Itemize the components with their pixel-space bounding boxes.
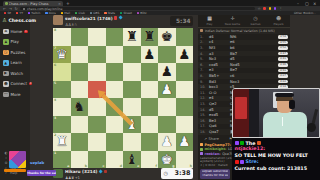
move-black[interactable]: c6 <box>230 74 251 78</box>
sidebar-item-puzzles[interactable]: ◳Puzzles <box>0 47 30 58</box>
sidebar-item-play[interactable]: ♟Play <box>0 37 30 48</box>
square-b3[interactable] <box>71 116 89 134</box>
url-input[interactable]: chess.com/play/online <box>20 7 255 11</box>
panel-tabs: ▦Play✛New Game◷Games☻Players <box>198 15 290 28</box>
square-f5[interactable] <box>141 81 159 99</box>
square-e5[interactable] <box>123 81 141 99</box>
tab-close-icon[interactable]: × <box>58 2 61 6</box>
square-f3[interactable] <box>141 116 159 134</box>
move-white[interactable]: bxc3 <box>209 85 230 89</box>
rank-label: 4 <box>54 98 56 102</box>
move-white[interactable]: c4 <box>209 40 230 44</box>
move-white[interactable]: Bd3 <box>209 80 230 84</box>
piece-white-pawn[interactable]: ♟ <box>158 81 176 99</box>
square-a7[interactable]: 7♛ <box>53 46 71 64</box>
square-g5[interactable]: ♟ <box>158 81 176 99</box>
square-f2[interactable] <box>141 133 159 151</box>
puzzles-icon: ◳ <box>3 50 9 56</box>
square-c3[interactable] <box>88 116 106 134</box>
twitch-badge-icon <box>235 160 239 164</box>
rank-label: 1 <box>54 151 56 155</box>
square-d1[interactable]: d <box>106 151 124 169</box>
bookmark-favicon <box>16 12 18 14</box>
square-d8[interactable] <box>106 28 124 46</box>
players-tab-icon: ☻ <box>276 16 281 21</box>
light-ui-icon: ◐ <box>4 151 8 155</box>
share-icon: ↗ <box>204 137 207 141</box>
square-h1[interactable]: h <box>176 151 194 169</box>
move-white[interactable]: cxd5 <box>209 63 230 67</box>
stream-chat-message: nsjackie12:SO TELL ME HOW YOU FELT <box>235 146 318 159</box>
top-player-clock: 5:34 <box>170 16 193 26</box>
square-e3[interactable]: ♝ <box>123 116 141 134</box>
move-black[interactable]: Bb7 <box>230 52 251 56</box>
webcam-shelf <box>249 89 259 138</box>
move-white[interactable]: Nf3 <box>209 46 230 50</box>
headphones-band <box>275 93 294 97</box>
square-h4[interactable] <box>176 98 194 116</box>
piece-black-pawn[interactable]: ♟ <box>158 63 176 81</box>
sidebar-item-label: Home <box>11 29 23 34</box>
move-white[interactable]: Nc3 <box>209 57 230 61</box>
bottom-player-clock: ◷ 3:38 <box>161 168 193 178</box>
square-a5[interactable]: 5 <box>53 81 71 99</box>
bookmark-favicon <box>28 12 30 14</box>
stream-chat-message: Stre:Current sub count: 213815 <box>235 159 318 172</box>
move-time: 4:41 <box>278 57 288 61</box>
square-e2[interactable] <box>123 133 141 151</box>
rank-label: 6 <box>54 63 56 67</box>
emote-icon <box>257 141 262 146</box>
piece-black-king[interactable]: ♚ <box>158 28 176 46</box>
square-d7[interactable] <box>106 46 124 64</box>
window-maximize-icon[interactable]: ▢ <box>305 1 309 6</box>
move-black[interactable]: Be7 <box>230 68 251 72</box>
move-number: 8. <box>200 74 209 78</box>
piece-white-pawn[interactable]: ♟ <box>176 133 194 151</box>
square-g1[interactable]: g♚ <box>158 151 176 169</box>
bookmark-favicon <box>45 12 47 14</box>
square-g2[interactable]: ♟ <box>158 133 176 151</box>
bookmark-favicon <box>4 12 6 14</box>
notification-badge: 2 <box>29 82 32 85</box>
move-time: 4:58 <box>278 35 288 39</box>
square-d6[interactable] <box>106 63 124 81</box>
stream-chat-username: nsjackie12: <box>235 146 266 151</box>
move-white[interactable]: e3 <box>209 68 230 72</box>
twitch-badge-icon <box>240 160 244 164</box>
bookmark-favicon <box>104 12 106 14</box>
headphones-earcup <box>289 100 295 109</box>
top-player-captured-pieces: ♙♙♗♘ <box>65 22 77 27</box>
bookmark-favicon <box>61 12 63 14</box>
piece-black-knight[interactable]: ♞ <box>71 98 89 116</box>
bookmark-favicon <box>120 12 122 14</box>
square-h2[interactable]: ♟ <box>176 133 194 151</box>
sidebar-item-home[interactable]: ⌂Home1 <box>0 26 30 37</box>
chesscom-logo[interactable]: ♙ Chess.com <box>2 17 36 23</box>
square-e1[interactable]: e♝ <box>123 151 141 169</box>
lock-icon <box>23 8 25 10</box>
move-black[interactable]: e6 <box>230 40 251 44</box>
square-h7[interactable]: ♟ <box>176 46 194 64</box>
sidebar-nav: ⌂Home1♟Play◳Puzzles▲Learn▶Watch☻Connect2… <box>0 26 30 100</box>
file-label: b <box>85 164 87 168</box>
microphone <box>307 123 316 132</box>
bottom-player-captured-pieces: ♟♟♛ +1 <box>65 175 80 180</box>
square-c4[interactable] <box>88 98 106 116</box>
bottom-clock-value: 3:38 <box>175 169 191 177</box>
new-game-tab-icon: ✛ <box>230 16 234 21</box>
sub-alert-banner: Thanks for the sub! <box>27 170 56 176</box>
square-b8[interactable] <box>71 28 89 46</box>
chat-username[interactable]: PogChamp77: <box>205 143 231 147</box>
window-minimize-icon[interactable]: – <box>297 1 299 6</box>
extension-icon[interactable] <box>269 7 272 10</box>
square-b4[interactable]: ♞ <box>71 98 89 116</box>
sidebar-item-label: Learn <box>11 60 22 65</box>
watch-icon: ▶ <box>3 71 9 77</box>
notice-line: Thanks for the support <box>202 174 228 178</box>
move-white[interactable]: exd5 <box>209 113 230 117</box>
move-number: 15. <box>200 113 209 117</box>
sub-alert-username: uzplab <box>30 160 44 165</box>
move-number: 5. <box>200 57 209 61</box>
sidebar-item-learn[interactable]: ▲Learn <box>0 58 30 69</box>
square-d3[interactable] <box>106 116 124 134</box>
stream-chat-text: Current sub count: 213815 <box>235 166 308 172</box>
square-c6[interactable] <box>88 63 106 81</box>
square-h5[interactable] <box>176 81 194 99</box>
twitch-badge-icon <box>235 141 239 145</box>
move-number: 16. <box>200 119 209 123</box>
piece-white-king[interactable]: ♚ <box>158 151 176 169</box>
move-time: 4:27 <box>278 74 288 78</box>
piece-black-pawn[interactable]: ♟ <box>141 46 159 64</box>
home-icon: ⌂ <box>3 29 9 35</box>
move-number: 4. <box>200 52 209 56</box>
rank-label: 5 <box>54 81 56 85</box>
logo-pawn-icon: ♙ <box>2 17 7 23</box>
piece-black-bishop[interactable]: ♝ <box>123 151 141 169</box>
bookmark-favicon <box>90 12 92 14</box>
square-f1[interactable]: f <box>141 151 159 169</box>
square-b7[interactable] <box>71 46 89 64</box>
panel-tab-games[interactable]: ◷Games <box>244 15 267 27</box>
share-button[interactable]: ↗Share <box>204 137 219 141</box>
move-black[interactable]: d5 <box>230 57 251 61</box>
move-white[interactable]: a3 <box>209 52 230 56</box>
move-white[interactable]: e4 <box>209 96 230 100</box>
square-a2[interactable]: 2♜ <box>53 133 71 151</box>
twitch-badge-icon <box>240 141 244 145</box>
file-label: d <box>120 164 122 168</box>
piece-black-rook[interactable]: ♜ <box>123 28 141 46</box>
panel-tab-label: Games <box>251 22 261 26</box>
sub-alert-progress-bar <box>4 169 26 172</box>
sidebar-item-label: Play <box>11 39 19 44</box>
settings-icon: ⚙ <box>4 161 8 165</box>
piece-black-rook[interactable]: ♜ <box>141 28 159 46</box>
sidebar-item-more[interactable]: ⋯More <box>0 89 30 100</box>
square-c7[interactable] <box>88 46 106 64</box>
square-e6[interactable] <box>123 63 141 81</box>
learn-icon: ▲ <box>3 60 9 66</box>
panel-tab-label: Play <box>207 22 213 26</box>
move-black[interactable]: Nf6 <box>230 35 251 39</box>
streamer-webcam <box>232 88 320 138</box>
file-label: f <box>156 164 157 168</box>
sidebar-item-label: Puzzles <box>11 50 26 55</box>
square-d5[interactable] <box>106 81 124 99</box>
square-a3[interactable]: 3 <box>53 116 71 134</box>
move-number: 12. <box>200 96 209 100</box>
move-white[interactable]: d4 <box>209 35 230 39</box>
square-f8[interactable]: ♜ <box>141 28 159 46</box>
move-white[interactable]: Be3 <box>209 119 230 123</box>
move-white[interactable]: Bb5+ <box>209 74 230 78</box>
square-c5[interactable] <box>88 81 106 99</box>
square-a4[interactable]: 4 <box>53 98 71 116</box>
square-d4[interactable] <box>106 98 124 116</box>
sub-alert-pixel-art <box>9 151 26 168</box>
panel-notice: uzplab subscribed!Thanks for the support <box>200 169 230 180</box>
file-label: c <box>103 164 105 168</box>
square-h8[interactable] <box>176 28 194 46</box>
move-time: 4:22 <box>278 80 288 84</box>
stream-chat-overlay: Thensjackie12:SO TELL ME HOW YOU FELTStr… <box>232 138 320 180</box>
opening-name: Indian Defense: Normal Variation (1.d4 N… <box>205 29 275 33</box>
panel-tab-label: Players <box>273 22 283 26</box>
panel-tab-new-game[interactable]: ✛New Game <box>221 15 244 27</box>
sidebar-item-label: More <box>11 92 21 97</box>
url-text: chess.com/play/online <box>27 7 63 11</box>
move-number: 7. <box>200 68 209 72</box>
profile-avatar[interactable] <box>274 7 277 10</box>
bottom-player-flag-icon <box>104 170 107 173</box>
sidebar-item-label: Watch <box>11 71 23 76</box>
games-tab-icon: ◷ <box>253 16 257 21</box>
sidebar-item-connect[interactable]: ☻Connect2 <box>0 79 30 90</box>
collapse-icon: « <box>4 156 8 160</box>
connect-icon: ☻ <box>3 81 9 87</box>
move-time: 4:31 <box>278 69 288 73</box>
square-a1[interactable]: 1a <box>53 151 71 169</box>
move-time: 4:36 <box>278 63 288 67</box>
chat-badge-icon <box>200 143 203 146</box>
file-label: h <box>190 164 192 168</box>
square-e8[interactable]: ♜ <box>123 28 141 46</box>
rank-label: 3 <box>54 116 56 120</box>
top-player-flag-icon <box>114 16 117 19</box>
square-a6[interactable]: 6 <box>53 63 71 81</box>
sidebar-footer-label: Help <box>10 171 17 175</box>
move-number: 10. <box>200 85 209 89</box>
square-c2[interactable] <box>88 133 106 151</box>
square-f7[interactable]: ♟ <box>141 46 159 64</box>
move-time: 4:52 <box>278 46 288 50</box>
move-number: 13. <box>200 102 209 106</box>
move-number: 1. <box>200 35 209 39</box>
move-time: 4:47 <box>278 52 288 56</box>
bookmark-favicon <box>137 12 139 14</box>
tab-favicon <box>5 2 8 5</box>
move-number: 18. <box>200 130 209 134</box>
piece-white-queen[interactable]: ♛ <box>53 46 71 64</box>
stream-chat-username: Stre: <box>246 159 259 164</box>
webcam-red-light <box>235 97 247 119</box>
top-player-diamond-icon <box>118 16 123 21</box>
chat-badge-icon <box>200 152 203 155</box>
square-g7[interactable] <box>158 46 176 64</box>
top-player-name[interactable]: swiftcobra21 (1746) <box>65 16 113 21</box>
square-f6[interactable] <box>141 63 159 81</box>
sidebar-item-label: Connect <box>11 81 28 86</box>
chess-board[interactable]: 8♜♜♚7♛♟♟6♟5♟4♞3♝2♜♟♟1abcde♝fg♚h <box>53 28 193 168</box>
tab-title: Chess.com - Play Chess <box>9 2 58 6</box>
move-black[interactable]: b6 <box>230 46 251 50</box>
rank-label: 8 <box>54 28 56 32</box>
square-b2[interactable] <box>71 133 89 151</box>
move-number: 11. <box>200 91 209 95</box>
more-icon: ⋯ <box>3 92 9 98</box>
piece-white-bishop[interactable]: ♝ <box>123 116 141 134</box>
move-number: 14. <box>200 108 209 112</box>
sub-alert-banner-text: Thanks for the sub! <box>27 171 56 175</box>
action-label: Share <box>209 137 219 141</box>
square-h3[interactable] <box>176 116 194 134</box>
chat-badge-icon <box>200 148 203 151</box>
move-number: 3. <box>200 46 209 50</box>
bottom-player-name[interactable]: Hikaru (3214) <box>65 169 98 174</box>
move-white[interactable]: d5 <box>209 108 230 112</box>
piece-white-pawn[interactable]: ♟ <box>158 133 176 151</box>
file-label: a <box>67 164 69 168</box>
square-c8[interactable] <box>88 28 106 46</box>
move-white[interactable]: Qe2 <box>209 102 230 106</box>
book-icon <box>200 29 203 32</box>
chat-username[interactable]: miniknight: <box>205 147 227 151</box>
chat-username[interactable]: rookfan: <box>205 152 221 156</box>
move-black[interactable]: Nxc3 <box>230 80 251 84</box>
stream-chat-username: The <box>246 141 256 146</box>
top-player-avatar[interactable] <box>53 15 63 25</box>
move-number: 2. <box>200 40 209 44</box>
move-time: 4:55 <box>278 41 288 45</box>
help-icon: ? <box>4 171 8 175</box>
window-close-icon[interactable]: × <box>313 1 316 6</box>
panel-tab-play[interactable]: ▦Play <box>198 15 221 27</box>
square-d2[interactable] <box>106 133 124 151</box>
opening-name-row[interactable]: Indian Defense: Normal Variation (1.d4 N… <box>198 28 290 34</box>
timer-icon: ◷ <box>164 170 168 176</box>
square-g4[interactable] <box>158 98 176 116</box>
square-e7[interactable] <box>123 46 141 64</box>
panel-tab-players[interactable]: ☻Players <box>267 15 290 27</box>
move-white[interactable]: Qa6 <box>209 124 230 128</box>
bottom-player-diamond-icon <box>98 169 103 174</box>
hoodie-drawstring <box>282 117 283 126</box>
move-number: 9. <box>200 80 209 84</box>
streamer-hoodie <box>263 112 307 138</box>
square-e4[interactable] <box>123 98 141 116</box>
square-g8[interactable]: ♚ <box>158 28 176 46</box>
piece-black-pawn[interactable]: ♟ <box>176 46 194 64</box>
move-black[interactable]: Nxd5 <box>230 63 251 67</box>
sidebar-item-watch[interactable]: ▶Watch <box>0 68 30 79</box>
square-a8[interactable]: 8 <box>53 28 71 46</box>
square-b6[interactable] <box>71 63 89 81</box>
play-tab-icon: ▦ <box>207 16 212 21</box>
notification-badge: 1 <box>24 30 27 33</box>
bookmark-favicon <box>75 12 77 14</box>
play-icon: ♟ <box>3 39 9 45</box>
square-b1[interactable]: b <box>71 151 89 169</box>
square-h6[interactable] <box>176 63 194 81</box>
move-white[interactable]: O-O <box>209 91 230 95</box>
square-b5[interactable] <box>71 81 89 99</box>
square-c1[interactable]: c <box>88 151 106 169</box>
move-white[interactable]: Qxa7 <box>209 130 230 134</box>
extension-icon[interactable] <box>263 7 266 10</box>
move-number: 6. <box>200 63 209 67</box>
panel-tab-label: New Game <box>225 22 240 26</box>
square-g6[interactable]: ♟ <box>158 63 176 81</box>
piece-white-rook[interactable]: ♜ <box>53 133 71 151</box>
square-f4[interactable] <box>141 98 159 116</box>
move-number: 17. <box>200 124 209 128</box>
square-g3[interactable] <box>158 116 176 134</box>
